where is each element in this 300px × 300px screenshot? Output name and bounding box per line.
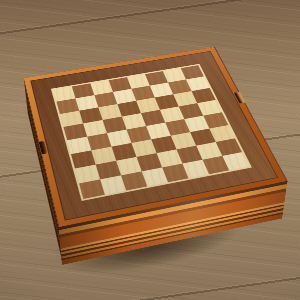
square-d3[interactable] (131, 139, 156, 157)
square-c1[interactable] (121, 171, 147, 190)
square-d1[interactable] (142, 167, 168, 186)
square-h3[interactable] (209, 125, 235, 142)
square-f1[interactable] (182, 160, 209, 179)
square-a2[interactable] (75, 165, 100, 184)
square-g3[interactable] (190, 129, 216, 146)
square-g1[interactable] (202, 156, 229, 174)
square-c2[interactable] (116, 157, 142, 175)
square-b4[interactable] (87, 133, 111, 150)
square-d4[interactable] (127, 126, 152, 143)
square-b1[interactable] (100, 175, 126, 194)
square-b3[interactable] (91, 147, 116, 165)
square-g2[interactable] (196, 142, 222, 160)
square-h2[interactable] (216, 138, 242, 156)
square-a4[interactable] (67, 137, 91, 154)
square-e2[interactable] (157, 149, 183, 167)
finger-notch-left (37, 141, 47, 155)
square-b2[interactable] (96, 161, 121, 180)
square-f3[interactable] (171, 132, 196, 149)
scene (0, 0, 300, 300)
square-d2[interactable] (136, 153, 162, 171)
square-a3[interactable] (71, 150, 96, 168)
chess-box (24, 47, 287, 227)
square-f2[interactable] (176, 146, 202, 164)
square-c4[interactable] (107, 130, 131, 147)
square-e3[interactable] (151, 136, 176, 153)
square-e1[interactable] (162, 164, 188, 183)
square-a1[interactable] (79, 179, 105, 199)
square-h1[interactable] (222, 152, 249, 170)
square-c3[interactable] (111, 143, 136, 161)
